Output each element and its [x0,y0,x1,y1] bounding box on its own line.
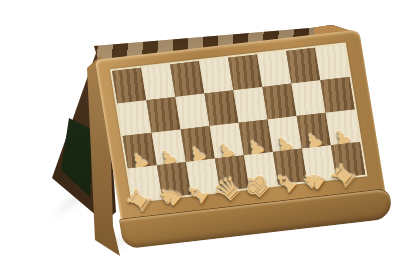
square-h2: ♟ [326,109,360,145]
white-rook: ♜ [122,184,157,218]
chess-board: ♟♟♟♟♟♟♟♟♜♞♝♛♚♝♞♜ [95,30,390,248]
square-h1: ♜ [331,142,365,178]
square-h3 [320,77,354,113]
square-h4 [315,44,349,80]
board-grid: ♟♟♟♟♟♟♟♟♜♞♝♛♚♝♞♜ [112,44,365,201]
chess-set-photo: ♟♟♟♟♟♟♟♟♜♞♝♛♚♝♞♜ [0,0,416,277]
board-border-line: ♟♟♟♟♟♟♟♟♜♞♝♛♚♝♞♜ [110,42,368,203]
